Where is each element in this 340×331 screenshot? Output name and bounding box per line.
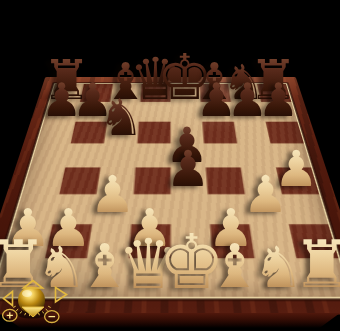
black-pawn-h7[interactable]: ♟	[258, 77, 299, 123]
view-navigation-control	[0, 267, 72, 331]
trackball-highlight	[22, 290, 32, 297]
black-knight-c6[interactable]: ♞	[99, 93, 144, 143]
zoom-in-button[interactable]	[3, 309, 17, 321]
rotate-left-arrow[interactable]	[4, 292, 13, 306]
white-rook-h1[interactable]: ♜	[292, 232, 340, 297]
black-pawn-e4[interactable]: ♟	[166, 145, 211, 195]
chess-app-viewport: ♜♝♛♚♝♞♜♟♟♟♟♟♞♟♟♟♟♟♟♟♟♟♜♞♝♛♚♝♞♜	[0, 0, 340, 331]
rotate-right-arrow[interactable]	[56, 288, 67, 303]
zoom-out-button[interactable]	[45, 311, 59, 323]
